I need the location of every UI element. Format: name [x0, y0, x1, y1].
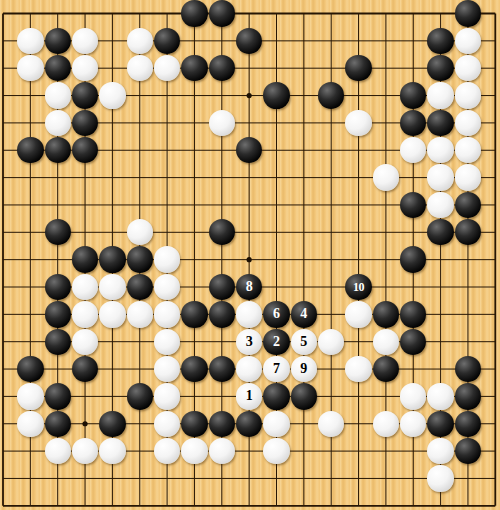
move-1-stone-white: 1	[236, 383, 262, 409]
stone-white	[427, 438, 453, 464]
move-number-label: 7	[273, 362, 280, 376]
move-4-stone-black: 4	[291, 301, 317, 327]
stone-black	[427, 55, 453, 81]
stone-black	[45, 329, 71, 355]
stone-black	[209, 411, 235, 437]
stone-black	[127, 383, 153, 409]
stone-white	[455, 164, 481, 190]
stone-white	[455, 82, 481, 108]
stone-black	[45, 274, 71, 300]
stone-white	[427, 192, 453, 218]
stone-white	[455, 110, 481, 136]
stone-black	[427, 110, 453, 136]
stone-white	[400, 383, 426, 409]
stone-white	[373, 411, 399, 437]
stone-white	[154, 411, 180, 437]
stone-white	[127, 301, 153, 327]
stone-black	[291, 383, 317, 409]
move-number-label: 6	[273, 307, 280, 321]
stone-black	[455, 411, 481, 437]
stone-white	[17, 411, 43, 437]
move-6-stone-black: 6	[263, 301, 289, 327]
stone-white	[154, 301, 180, 327]
stone-black	[72, 82, 98, 108]
stone-black	[427, 411, 453, 437]
stone-black	[455, 0, 481, 26]
stone-white	[373, 329, 399, 355]
stone-black	[263, 383, 289, 409]
stone-black	[209, 301, 235, 327]
stone-black	[400, 82, 426, 108]
stone-black	[181, 356, 207, 382]
stone-black	[209, 356, 235, 382]
stone-white	[45, 82, 71, 108]
stone-black	[127, 274, 153, 300]
stone-white	[263, 438, 289, 464]
stone-white	[345, 356, 371, 382]
stone-black	[400, 246, 426, 272]
stone-white	[209, 438, 235, 464]
stone-black	[455, 192, 481, 218]
stone-white	[17, 28, 43, 54]
stone-white	[345, 301, 371, 327]
stone-white	[427, 137, 453, 163]
stone-black	[181, 55, 207, 81]
go-board[interactable]: 81064325791	[0, 0, 500, 510]
stone-white	[427, 82, 453, 108]
stone-white	[263, 411, 289, 437]
stone-white	[154, 246, 180, 272]
stone-white	[154, 329, 180, 355]
move-5-stone-white: 5	[291, 329, 317, 355]
move-10-stone-black: 10	[345, 274, 371, 300]
stone-white	[427, 383, 453, 409]
stone-black	[154, 28, 180, 54]
stone-white	[72, 28, 98, 54]
stone-black	[209, 0, 235, 26]
stone-black	[99, 246, 125, 272]
stone-white	[345, 110, 371, 136]
stone-white	[99, 438, 125, 464]
move-number-label: 5	[300, 335, 307, 349]
stone-white	[373, 164, 399, 190]
move-3-stone-white: 3	[236, 329, 262, 355]
stone-white	[427, 465, 453, 491]
stone-white	[181, 438, 207, 464]
move-number-label: 2	[273, 335, 280, 349]
stone-black	[17, 356, 43, 382]
move-number-label: 4	[300, 307, 307, 321]
stone-black	[209, 274, 235, 300]
stone-white	[72, 329, 98, 355]
stone-white	[318, 329, 344, 355]
stone-black	[236, 411, 262, 437]
stone-white	[45, 110, 71, 136]
stone-black	[427, 28, 453, 54]
stone-black	[45, 301, 71, 327]
stone-black	[181, 301, 207, 327]
stone-black	[45, 28, 71, 54]
stone-black	[45, 383, 71, 409]
move-number-label: 3	[246, 335, 253, 349]
stone-white	[209, 110, 235, 136]
stone-black	[318, 82, 344, 108]
move-number-label: 1	[246, 389, 253, 403]
stone-black	[345, 55, 371, 81]
stone-black	[427, 219, 453, 245]
stone-black	[99, 411, 125, 437]
move-2-stone-black: 2	[263, 329, 289, 355]
move-7-stone-white: 7	[263, 356, 289, 382]
move-number-label: 9	[300, 362, 307, 376]
stone-white	[72, 301, 98, 327]
stone-white	[45, 438, 71, 464]
stone-white	[127, 28, 153, 54]
move-number-label: 10	[353, 281, 364, 293]
stone-white	[99, 274, 125, 300]
stone-black	[181, 411, 207, 437]
stone-white	[17, 383, 43, 409]
stone-white	[17, 55, 43, 81]
move-number-label: 8	[246, 280, 253, 294]
stone-black	[45, 55, 71, 81]
stone-black	[263, 82, 289, 108]
stone-black	[373, 301, 399, 327]
stone-black	[72, 246, 98, 272]
stone-black	[72, 110, 98, 136]
move-9-stone-white: 9	[291, 356, 317, 382]
stone-white	[99, 301, 125, 327]
stone-black	[17, 137, 43, 163]
stone-black	[373, 356, 399, 382]
stone-white	[154, 383, 180, 409]
stone-black	[127, 246, 153, 272]
stone-black	[45, 411, 71, 437]
stone-black	[181, 0, 207, 26]
stone-black	[455, 383, 481, 409]
stone-black	[400, 301, 426, 327]
stone-white	[236, 301, 262, 327]
stone-white	[427, 164, 453, 190]
stone-white	[99, 82, 125, 108]
stone-white	[455, 28, 481, 54]
